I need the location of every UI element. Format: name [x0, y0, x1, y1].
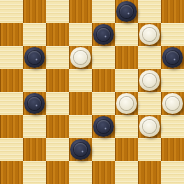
board-square-light: [0, 138, 23, 161]
board-square-light: [161, 23, 184, 46]
white-man[interactable]: [162, 93, 183, 114]
board-square-light: [69, 115, 92, 138]
piece-inner-ring: [120, 5, 133, 18]
board-square-dark[interactable]: [23, 0, 46, 23]
board-square-dark[interactable]: [92, 115, 115, 138]
checkers-board: [0, 0, 184, 184]
board-square-light: [138, 46, 161, 69]
piece-inner-ring: [143, 74, 156, 87]
board-square-light: [92, 92, 115, 115]
board-square-dark[interactable]: [69, 0, 92, 23]
board-square-light: [161, 69, 184, 92]
black-man[interactable]: [24, 47, 45, 68]
board-square-light: [115, 115, 138, 138]
board-square-dark[interactable]: [46, 23, 69, 46]
board-square-dark[interactable]: [46, 69, 69, 92]
piece-inner-ring: [74, 51, 87, 64]
white-man[interactable]: [139, 116, 160, 137]
board-square-light: [23, 69, 46, 92]
board-square-dark[interactable]: [138, 69, 161, 92]
board-square-light: [69, 161, 92, 184]
piece-inner-ring: [166, 51, 179, 64]
board-square-dark[interactable]: [92, 23, 115, 46]
board-square-dark[interactable]: [0, 161, 23, 184]
board-square-dark[interactable]: [138, 161, 161, 184]
board-square-light: [138, 92, 161, 115]
board-square-dark[interactable]: [0, 115, 23, 138]
board-square-dark[interactable]: [138, 115, 161, 138]
board-square-light: [115, 23, 138, 46]
board-square-light: [69, 69, 92, 92]
piece-inner-ring: [120, 97, 133, 110]
piece-inner-ring: [28, 51, 41, 64]
piece-inner-ring: [28, 97, 41, 110]
board-square-light: [161, 115, 184, 138]
black-man[interactable]: [162, 47, 183, 68]
board-square-dark[interactable]: [115, 92, 138, 115]
board-square-dark[interactable]: [92, 69, 115, 92]
board-square-light: [115, 161, 138, 184]
board-square-dark[interactable]: [115, 0, 138, 23]
piece-inner-ring: [143, 120, 156, 133]
board-square-light: [115, 69, 138, 92]
black-man[interactable]: [24, 93, 45, 114]
board-square-light: [23, 161, 46, 184]
white-man[interactable]: [139, 70, 160, 91]
board-square-dark[interactable]: [69, 92, 92, 115]
piece-inner-ring: [97, 28, 110, 41]
board-square-light: [138, 0, 161, 23]
board-square-dark[interactable]: [161, 138, 184, 161]
board-square-dark[interactable]: [46, 115, 69, 138]
board-square-dark[interactable]: [69, 46, 92, 69]
board-square-dark[interactable]: [23, 92, 46, 115]
board-square-light: [46, 0, 69, 23]
board-square-dark[interactable]: [161, 92, 184, 115]
board-square-light: [69, 23, 92, 46]
board-square-light: [0, 92, 23, 115]
board-square-light: [46, 138, 69, 161]
board-square-light: [0, 46, 23, 69]
black-man[interactable]: [93, 116, 114, 137]
board-square-dark[interactable]: [92, 161, 115, 184]
black-man[interactable]: [93, 24, 114, 45]
board-square-dark[interactable]: [161, 0, 184, 23]
piece-inner-ring: [166, 97, 179, 110]
board-square-dark[interactable]: [46, 161, 69, 184]
board-square-light: [92, 0, 115, 23]
board-square-dark[interactable]: [115, 46, 138, 69]
board-square-dark[interactable]: [23, 46, 46, 69]
piece-inner-ring: [74, 143, 87, 156]
board-square-light: [0, 0, 23, 23]
board-square-light: [46, 46, 69, 69]
white-man[interactable]: [116, 93, 137, 114]
board-square-light: [23, 115, 46, 138]
piece-inner-ring: [143, 28, 156, 41]
board-square-dark[interactable]: [23, 138, 46, 161]
board-square-light: [161, 161, 184, 184]
board-square-light: [92, 46, 115, 69]
board-square-dark[interactable]: [69, 138, 92, 161]
board-square-dark[interactable]: [115, 138, 138, 161]
board-square-dark[interactable]: [0, 69, 23, 92]
white-man[interactable]: [139, 24, 160, 45]
board-square-light: [23, 23, 46, 46]
white-man[interactable]: [70, 47, 91, 68]
black-man[interactable]: [116, 1, 137, 22]
board-square-light: [46, 92, 69, 115]
piece-inner-ring: [97, 120, 110, 133]
board-square-dark[interactable]: [161, 46, 184, 69]
board-square-light: [92, 138, 115, 161]
board-square-dark[interactable]: [138, 23, 161, 46]
board-square-dark[interactable]: [0, 23, 23, 46]
board-square-light: [138, 138, 161, 161]
black-man[interactable]: [70, 139, 91, 160]
